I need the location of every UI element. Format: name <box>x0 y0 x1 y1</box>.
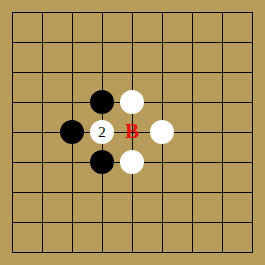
point-label-B[interactable]: B <box>125 121 139 144</box>
white-stone[interactable] <box>120 90 144 114</box>
black-stone[interactable] <box>90 150 114 174</box>
white-stone-label-2[interactable]: 2 <box>90 120 114 144</box>
stones-layer: 2B <box>0 0 265 265</box>
white-stone[interactable] <box>120 150 144 174</box>
white-stone[interactable] <box>150 120 174 144</box>
go-board[interactable]: 2B <box>0 0 265 265</box>
black-stone[interactable] <box>60 120 84 144</box>
black-stone[interactable] <box>90 90 114 114</box>
